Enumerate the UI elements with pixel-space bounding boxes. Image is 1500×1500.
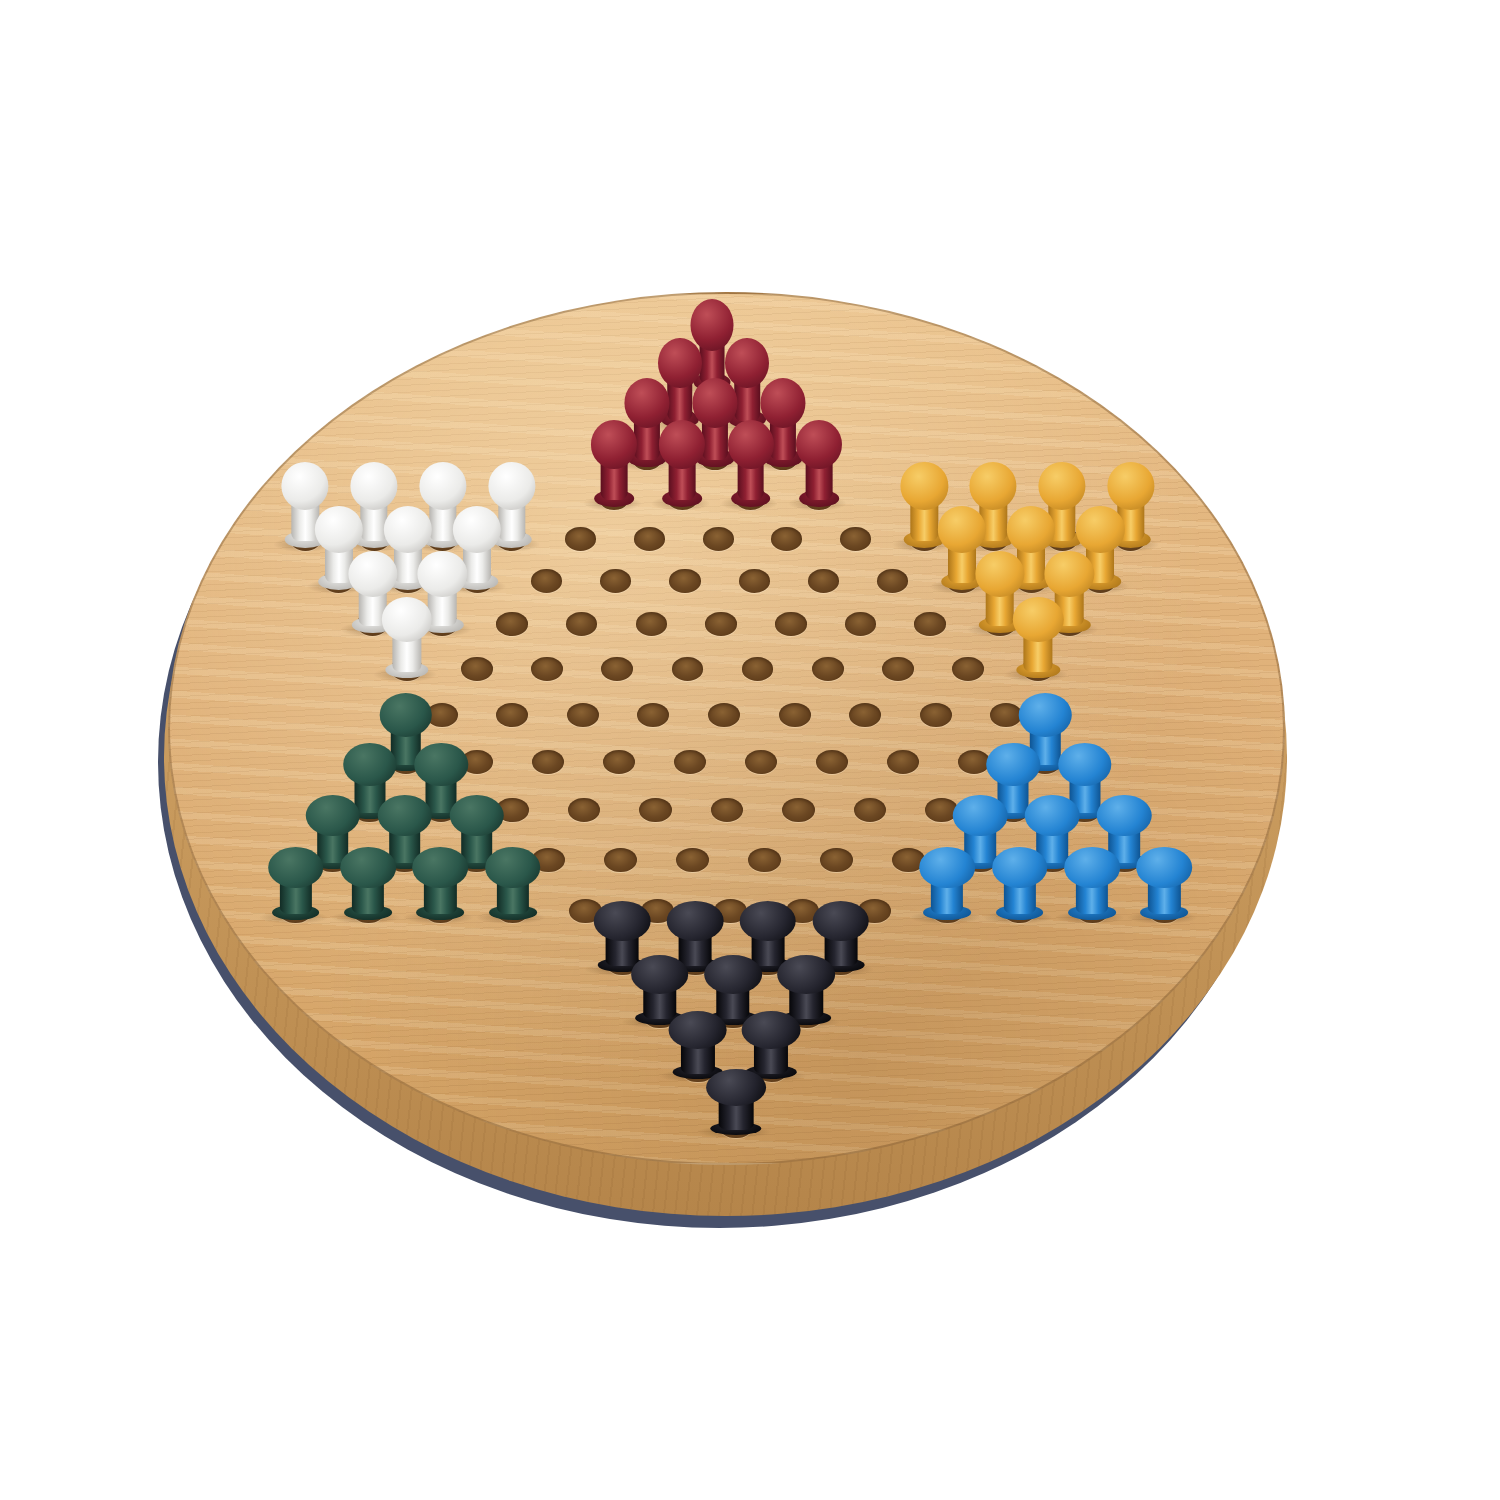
hole[interactable] [636, 612, 668, 636]
peg-head [1097, 795, 1152, 837]
peg-head [348, 551, 397, 597]
hole[interactable] [674, 750, 706, 774]
hole[interactable] [634, 527, 665, 551]
peg-head [1013, 597, 1063, 642]
hole[interactable] [532, 750, 564, 774]
peg-blue[interactable] [1137, 847, 1193, 920]
hole[interactable] [568, 798, 601, 822]
hole[interactable] [566, 612, 598, 636]
peg-head [704, 955, 762, 994]
peg-green[interactable] [413, 847, 469, 920]
peg-head [1064, 847, 1120, 888]
peg-head [919, 847, 975, 888]
hole[interactable] [914, 612, 946, 636]
peg-head [453, 506, 501, 553]
hole[interactable] [565, 527, 596, 551]
hole[interactable] [637, 703, 669, 727]
hole[interactable] [461, 657, 493, 681]
peg-head [659, 420, 705, 469]
peg-green[interactable] [340, 847, 396, 920]
peg-head [350, 462, 397, 510]
peg-head [1137, 847, 1193, 888]
hole[interactable] [604, 848, 637, 872]
peg-head [306, 795, 361, 837]
peg-head [1076, 506, 1124, 553]
hole[interactable] [669, 569, 700, 593]
peg-head [382, 597, 432, 642]
hole[interactable] [775, 612, 807, 636]
hole[interactable] [496, 612, 528, 636]
peg-yellow[interactable] [1013, 597, 1063, 678]
hole[interactable] [748, 848, 781, 872]
peg-head [953, 795, 1008, 837]
peg-head [414, 743, 468, 786]
peg-head [413, 847, 469, 888]
peg-blue[interactable] [1064, 847, 1120, 920]
hole[interactable] [990, 703, 1022, 727]
peg-head [728, 420, 774, 469]
peg-head [740, 901, 797, 941]
peg-head [268, 847, 324, 888]
peg-red[interactable] [659, 420, 705, 507]
hole[interactable] [782, 798, 815, 822]
hole[interactable] [816, 750, 848, 774]
peg-head [992, 847, 1048, 888]
hole[interactable] [808, 569, 839, 593]
peg-head [667, 901, 724, 941]
hole[interactable] [531, 657, 563, 681]
peg-blue[interactable] [992, 847, 1048, 920]
hole[interactable] [603, 750, 635, 774]
peg-white[interactable] [382, 597, 432, 678]
hole[interactable] [840, 527, 871, 551]
peg-head [449, 795, 504, 837]
hole[interactable] [705, 612, 737, 636]
hole[interactable] [887, 750, 919, 774]
hole[interactable] [672, 657, 704, 681]
peg-head [796, 420, 842, 469]
hole[interactable] [779, 703, 811, 727]
peg-head [631, 955, 689, 994]
peg-head [419, 462, 466, 510]
peg-head [1038, 462, 1085, 510]
peg-green[interactable] [268, 847, 324, 920]
hole[interactable] [567, 703, 599, 727]
peg-head [1045, 551, 1094, 597]
hole[interactable] [877, 569, 908, 593]
peg-head [901, 462, 948, 510]
peg-head [282, 462, 329, 510]
hole[interactable] [742, 657, 774, 681]
hole[interactable] [845, 612, 877, 636]
hole[interactable] [600, 569, 631, 593]
hole[interactable] [708, 703, 740, 727]
peg-head [986, 743, 1040, 786]
peg-head [1007, 506, 1055, 553]
peg-head [591, 420, 637, 469]
peg-head [485, 847, 541, 888]
peg-head [706, 1069, 766, 1106]
peg-head [488, 462, 535, 510]
hole[interactable] [703, 527, 734, 551]
peg-head [1107, 462, 1154, 510]
board-cells [0, 0, 1500, 1500]
hole[interactable] [531, 569, 562, 593]
peg-red[interactable] [728, 420, 774, 507]
hole[interactable] [820, 848, 853, 872]
hole[interactable] [711, 798, 744, 822]
peg-head [975, 551, 1024, 597]
peg-head [777, 955, 835, 994]
peg-head [812, 901, 869, 941]
peg-head [380, 693, 433, 736]
hole[interactable] [812, 657, 844, 681]
hole[interactable] [639, 798, 672, 822]
hole[interactable] [771, 527, 802, 551]
peg-black[interactable] [706, 1069, 766, 1135]
photo-scene: Round wooden Chinese checkers board with… [0, 0, 1500, 1500]
hole[interactable] [739, 569, 770, 593]
peg-blue[interactable] [919, 847, 975, 920]
hole[interactable] [676, 848, 709, 872]
peg-head [384, 506, 432, 553]
peg-red[interactable] [591, 420, 637, 507]
peg-green[interactable] [485, 847, 541, 920]
peg-head [742, 1011, 801, 1049]
peg-head [668, 1011, 727, 1049]
hole[interactable] [920, 703, 952, 727]
hole[interactable] [745, 750, 777, 774]
peg-head [314, 506, 362, 553]
peg-head [938, 506, 986, 553]
peg-head [343, 743, 397, 786]
peg-head [594, 901, 651, 941]
hole[interactable] [882, 657, 914, 681]
peg-head [1058, 743, 1112, 786]
peg-head [418, 551, 467, 597]
peg-red[interactable] [796, 420, 842, 507]
peg-head [377, 795, 432, 837]
hole[interactable] [952, 657, 984, 681]
hole[interactable] [849, 703, 881, 727]
hole[interactable] [854, 798, 887, 822]
peg-head [340, 847, 396, 888]
hole[interactable] [601, 657, 633, 681]
peg-head [1025, 795, 1080, 837]
peg-head [1019, 693, 1072, 736]
hole[interactable] [496, 703, 528, 727]
peg-head [970, 462, 1017, 510]
